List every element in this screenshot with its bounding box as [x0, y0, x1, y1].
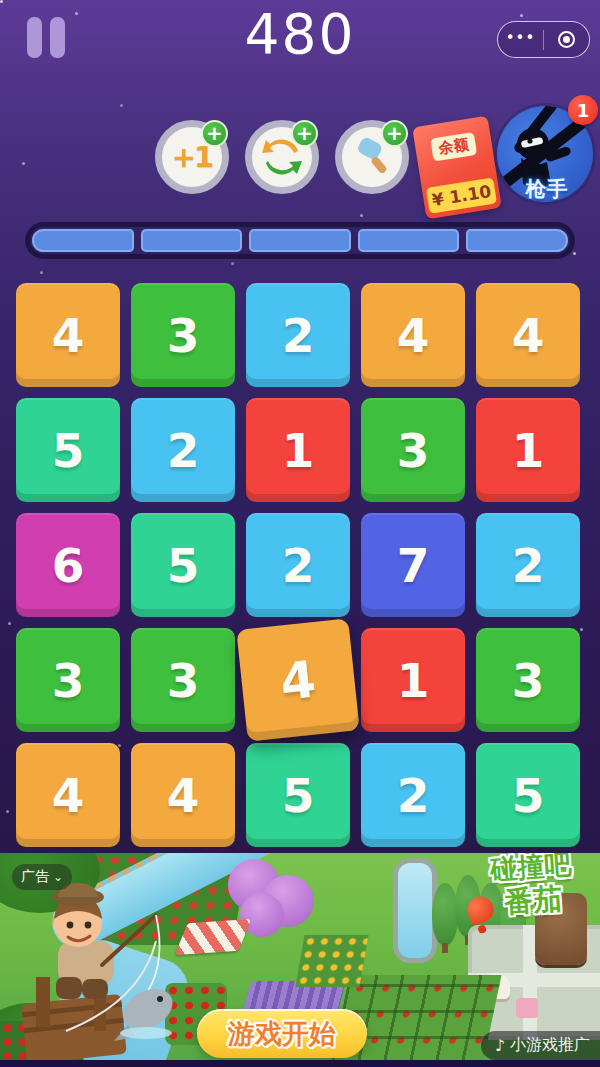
fountain-building: [535, 893, 587, 965]
balance-amount: ¥ 1.10: [426, 177, 497, 213]
ad-banner[interactable]: 广告 ⌄ 碰撞吧 番茄 游戏开始 ♪ 小游戏推广: [0, 853, 600, 1060]
ad-title-line1: 碰撞吧: [489, 853, 572, 885]
progress-bar: [25, 222, 575, 259]
tile-r2c4[interactable]: 3: [361, 398, 465, 502]
tile-r5c3[interactable]: 5: [246, 743, 350, 847]
tile-r1c4[interactable]: 4: [361, 283, 465, 387]
tile-r5c1[interactable]: 4: [16, 743, 120, 847]
minigame-promo-tag[interactable]: ♪ 小游戏推广: [481, 1031, 600, 1060]
miniprogram-capsule: •••: [497, 21, 590, 58]
minigame-promo-text: 小游戏推广: [510, 1035, 590, 1056]
tile-r3c2[interactable]: 5: [131, 513, 235, 617]
add-one-booster-button[interactable]: +1 +: [155, 120, 229, 194]
game-start-button[interactable]: 游戏开始: [197, 1009, 367, 1058]
fisherman-character: [6, 881, 196, 1060]
progress-segment: [141, 229, 243, 252]
gunner-label: 枪手: [497, 175, 596, 203]
pink-stand: [516, 998, 538, 1018]
plus-one-icon: +1: [172, 140, 212, 174]
more-dots-icon: •••: [506, 29, 536, 51]
tile-r5c2[interactable]: 4: [131, 743, 235, 847]
tile-r5c5[interactable]: 5: [476, 743, 580, 847]
tile-r4c3[interactable]: 4: [236, 618, 359, 741]
more-button[interactable]: •••: [498, 22, 543, 57]
tile-r4c4[interactable]: 1: [361, 628, 465, 732]
minigame-icon: ♪: [495, 1036, 505, 1055]
tile-r4c1[interactable]: 3: [16, 628, 120, 732]
tile-r3c3[interactable]: 2: [246, 513, 350, 617]
bottom-strip: [0, 1060, 600, 1067]
board-grid: 4324452131652723341344525: [16, 283, 580, 847]
gunner-minigame-entry[interactable]: 枪手 1: [497, 101, 596, 205]
tile-r2c5[interactable]: 1: [476, 398, 580, 502]
balance-ticket[interactable]: 余额 ¥ 1.10: [412, 116, 502, 220]
tile-r3c1[interactable]: 6: [16, 513, 120, 617]
tile-r4c5[interactable]: 3: [476, 628, 580, 732]
tile-r1c2[interactable]: 3: [131, 283, 235, 387]
sunflower-patch: [295, 935, 368, 987]
tile-r3c5[interactable]: 2: [476, 513, 580, 617]
tile-r3c4[interactable]: 7: [361, 513, 465, 617]
waterfall-slide: [398, 863, 432, 958]
tile-r1c5[interactable]: 4: [476, 283, 580, 387]
balance-label: 余额: [430, 132, 477, 162]
close-minimize-button[interactable]: [544, 22, 589, 57]
buy-more-badge[interactable]: +: [201, 120, 228, 147]
progress-segment: [249, 229, 351, 252]
progress-segment: [358, 229, 460, 252]
ad-label-text: 广告: [21, 868, 49, 886]
chevron-down-icon: ⌄: [53, 870, 63, 884]
tile-r2c1[interactable]: 5: [16, 398, 120, 502]
game-start-label: 游戏开始: [228, 1016, 336, 1052]
notification-badge: 1: [568, 95, 598, 125]
tile-r1c1[interactable]: 4: [16, 283, 120, 387]
ad-label[interactable]: 广告 ⌄: [12, 864, 72, 890]
tile-r1c3[interactable]: 2: [246, 283, 350, 387]
cypress-tree: [432, 883, 458, 945]
circle-dot-icon: [558, 31, 575, 48]
tile-r2c3[interactable]: 1: [246, 398, 350, 502]
buy-more-badge[interactable]: +: [291, 120, 318, 147]
tile-r2c2[interactable]: 2: [131, 398, 235, 502]
buy-more-badge[interactable]: +: [381, 120, 408, 147]
progress-segment: [466, 229, 568, 252]
tile-r5c4[interactable]: 2: [361, 743, 465, 847]
hammer-booster-button[interactable]: +: [335, 120, 409, 194]
progress-segment: [32, 229, 134, 252]
swap-booster-button[interactable]: +: [245, 120, 319, 194]
tile-r4c2[interactable]: 3: [131, 628, 235, 732]
